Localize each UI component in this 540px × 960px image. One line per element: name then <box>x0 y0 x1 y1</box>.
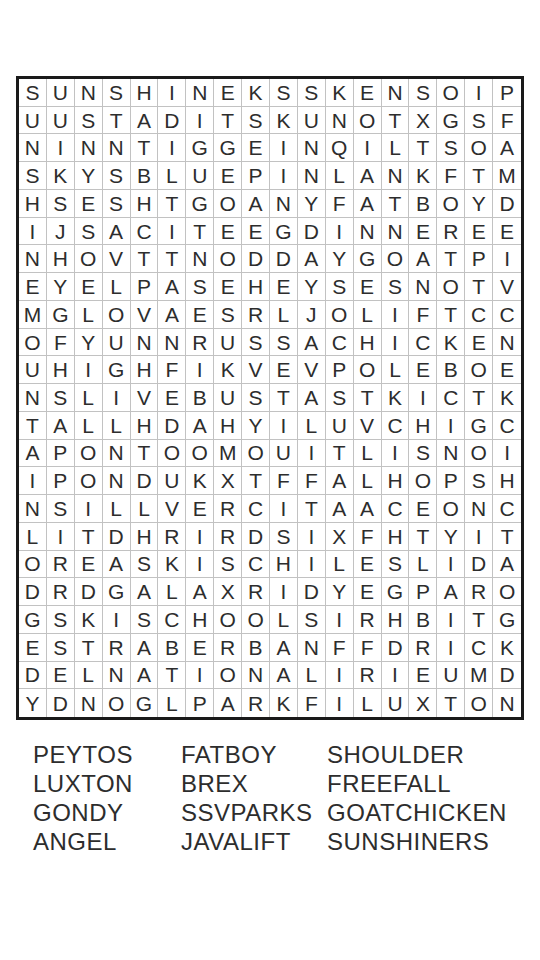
grid-cell-r19c15[interactable]: P <box>409 578 437 606</box>
grid-cell-r9c7[interactable]: E <box>186 301 214 329</box>
grid-cell-r5c17[interactable]: Y <box>465 190 493 218</box>
grid-cell-r2c6[interactable]: D <box>158 107 186 135</box>
grid-cell-r4c12[interactable]: L <box>326 162 354 190</box>
grid-cell-r14c12[interactable]: T <box>326 440 354 468</box>
grid-cell-r19c11[interactable]: D <box>298 578 326 606</box>
grid-cell-r17c4[interactable]: D <box>103 523 131 551</box>
grid-cell-r5c15[interactable]: B <box>409 190 437 218</box>
grid-cell-r9c8[interactable]: S <box>214 301 242 329</box>
grid-cell-r21c5[interactable]: A <box>131 634 159 662</box>
grid-cell-r6c6[interactable]: I <box>158 218 186 246</box>
grid-cell-r3c3[interactable]: N <box>75 134 103 162</box>
grid-cell-r18c16[interactable]: I <box>437 551 465 579</box>
grid-cell-r6c1[interactable]: I <box>19 218 47 246</box>
grid-cell-r14c11[interactable]: I <box>298 440 326 468</box>
grid-cell-r1c14[interactable]: N <box>382 79 410 107</box>
grid-cell-r16c8[interactable]: R <box>214 495 242 523</box>
grid-cell-r15c9[interactable]: T <box>242 467 270 495</box>
grid-cell-r11c1[interactable]: U <box>19 356 47 384</box>
grid-cell-r2c13[interactable]: O <box>354 107 382 135</box>
grid-cell-r4c14[interactable]: N <box>382 162 410 190</box>
grid-cell-r3c10[interactable]: I <box>270 134 298 162</box>
grid-cell-r12c15[interactable]: I <box>409 384 437 412</box>
grid-cell-r14c15[interactable]: S <box>409 440 437 468</box>
grid-cell-r16c11[interactable]: T <box>298 495 326 523</box>
grid-cell-r14c14[interactable]: I <box>382 440 410 468</box>
grid-cell-r3c9[interactable]: E <box>242 134 270 162</box>
grid-cell-r4c6[interactable]: L <box>158 162 186 190</box>
grid-cell-r10c2[interactable]: F <box>47 329 75 357</box>
grid-cell-r6c2[interactable]: J <box>47 218 75 246</box>
grid-cell-r18c10[interactable]: H <box>270 551 298 579</box>
grid-cell-r19c6[interactable]: L <box>158 578 186 606</box>
grid-cell-r22c18[interactable]: D <box>493 662 521 690</box>
grid-cell-r2c11[interactable]: U <box>298 107 326 135</box>
grid-cell-r10c6[interactable]: N <box>158 329 186 357</box>
grid-cell-r21c14[interactable]: D <box>382 634 410 662</box>
grid-cell-r13c9[interactable]: Y <box>242 412 270 440</box>
grid-cell-r3c5[interactable]: T <box>131 134 159 162</box>
grid-cell-r21c4[interactable]: R <box>103 634 131 662</box>
grid-cell-r8c17[interactable]: T <box>465 273 493 301</box>
grid-cell-r5c8[interactable]: O <box>214 190 242 218</box>
grid-cell-r23c14[interactable]: U <box>382 689 410 717</box>
grid-cell-r14c7[interactable]: O <box>186 440 214 468</box>
grid-cell-r22c9[interactable]: N <box>242 662 270 690</box>
grid-cell-r19c7[interactable]: A <box>186 578 214 606</box>
grid-cell-r18c7[interactable]: I <box>186 551 214 579</box>
grid-cell-r2c5[interactable]: A <box>131 107 159 135</box>
grid-cell-r10c3[interactable]: Y <box>75 329 103 357</box>
grid-cell-r17c13[interactable]: F <box>354 523 382 551</box>
grid-cell-r11c13[interactable]: O <box>354 356 382 384</box>
grid-cell-r6c7[interactable]: T <box>186 218 214 246</box>
grid-cell-r17c17[interactable]: I <box>465 523 493 551</box>
grid-cell-r4c11[interactable]: N <box>298 162 326 190</box>
grid-cell-r16c18[interactable]: C <box>493 495 521 523</box>
grid-cell-r16c14[interactable]: C <box>382 495 410 523</box>
grid-cell-r11c17[interactable]: O <box>465 356 493 384</box>
grid-cell-r15c5[interactable]: D <box>131 467 159 495</box>
grid-cell-r19c10[interactable]: I <box>270 578 298 606</box>
grid-cell-r6c8[interactable]: E <box>214 218 242 246</box>
grid-cell-r2c12[interactable]: N <box>326 107 354 135</box>
grid-cell-r21c11[interactable]: N <box>298 634 326 662</box>
grid-cell-r8c12[interactable]: S <box>326 273 354 301</box>
grid-cell-r22c15[interactable]: E <box>409 662 437 690</box>
grid-cell-r11c9[interactable]: V <box>242 356 270 384</box>
grid-cell-r20c8[interactable]: O <box>214 606 242 634</box>
grid-cell-r2c9[interactable]: S <box>242 107 270 135</box>
grid-cell-r7c15[interactable]: A <box>409 245 437 273</box>
grid-cell-r20c17[interactable]: T <box>465 606 493 634</box>
grid-cell-r12c4[interactable]: I <box>103 384 131 412</box>
grid-cell-r14c13[interactable]: L <box>354 440 382 468</box>
grid-cell-r10c18[interactable]: N <box>493 329 521 357</box>
grid-cell-r5c11[interactable]: Y <box>298 190 326 218</box>
grid-cell-r19c3[interactable]: D <box>75 578 103 606</box>
grid-cell-r1c9[interactable]: K <box>242 79 270 107</box>
grid-cell-r7c12[interactable]: Y <box>326 245 354 273</box>
grid-cell-r23c4[interactable]: O <box>103 689 131 717</box>
grid-cell-r3c16[interactable]: S <box>437 134 465 162</box>
grid-cell-r1c13[interactable]: E <box>354 79 382 107</box>
grid-cell-r7c6[interactable]: T <box>158 245 186 273</box>
grid-cell-r22c1[interactable]: D <box>19 662 47 690</box>
grid-cell-r20c3[interactable]: K <box>75 606 103 634</box>
grid-cell-r23c5[interactable]: G <box>131 689 159 717</box>
grid-cell-r21c1[interactable]: E <box>19 634 47 662</box>
grid-cell-r12c16[interactable]: C <box>437 384 465 412</box>
grid-cell-r4c4[interactable]: S <box>103 162 131 190</box>
grid-cell-r17c5[interactable]: H <box>131 523 159 551</box>
grid-cell-r16c1[interactable]: N <box>19 495 47 523</box>
grid-cell-r19c4[interactable]: G <box>103 578 131 606</box>
grid-cell-r4c3[interactable]: Y <box>75 162 103 190</box>
grid-cell-r15c13[interactable]: L <box>354 467 382 495</box>
grid-cell-r12c10[interactable]: T <box>270 384 298 412</box>
grid-cell-r7c1[interactable]: N <box>19 245 47 273</box>
grid-cell-r12c9[interactable]: S <box>242 384 270 412</box>
grid-cell-r18c8[interactable]: S <box>214 551 242 579</box>
grid-cell-r14c8[interactable]: M <box>214 440 242 468</box>
grid-cell-r13c13[interactable]: V <box>354 412 382 440</box>
grid-cell-r18c4[interactable]: A <box>103 551 131 579</box>
grid-cell-r21c15[interactable]: R <box>409 634 437 662</box>
grid-cell-r21c18[interactable]: K <box>493 634 521 662</box>
grid-cell-r13c12[interactable]: U <box>326 412 354 440</box>
grid-cell-r1c12[interactable]: K <box>326 79 354 107</box>
grid-cell-r20c13[interactable]: R <box>354 606 382 634</box>
grid-cell-r18c1[interactable]: O <box>19 551 47 579</box>
grid-cell-r1c18[interactable]: P <box>493 79 521 107</box>
grid-cell-r12c8[interactable]: U <box>214 384 242 412</box>
grid-cell-r13c16[interactable]: I <box>437 412 465 440</box>
grid-cell-r12c5[interactable]: V <box>131 384 159 412</box>
grid-cell-r18c3[interactable]: E <box>75 551 103 579</box>
grid-cell-r21c2[interactable]: S <box>47 634 75 662</box>
grid-cell-r16c7[interactable]: E <box>186 495 214 523</box>
grid-cell-r13c11[interactable]: L <box>298 412 326 440</box>
grid-cell-r20c14[interactable]: H <box>382 606 410 634</box>
grid-cell-r17c8[interactable]: R <box>214 523 242 551</box>
grid-cell-r2c15[interactable]: X <box>409 107 437 135</box>
grid-cell-r7c18[interactable]: I <box>493 245 521 273</box>
grid-cell-r1c7[interactable]: N <box>186 79 214 107</box>
grid-cell-r14c17[interactable]: O <box>465 440 493 468</box>
grid-cell-r17c15[interactable]: T <box>409 523 437 551</box>
grid-cell-r19c13[interactable]: E <box>354 578 382 606</box>
grid-cell-r20c12[interactable]: I <box>326 606 354 634</box>
grid-cell-r2c8[interactable]: T <box>214 107 242 135</box>
grid-cell-r3c15[interactable]: T <box>409 134 437 162</box>
grid-cell-r23c1[interactable]: Y <box>19 689 47 717</box>
grid-cell-r3c6[interactable]: I <box>158 134 186 162</box>
grid-cell-r1c2[interactable]: U <box>47 79 75 107</box>
grid-cell-r8c10[interactable]: E <box>270 273 298 301</box>
grid-cell-r21c9[interactable]: B <box>242 634 270 662</box>
grid-cell-r17c16[interactable]: Y <box>437 523 465 551</box>
grid-cell-r11c2[interactable]: H <box>47 356 75 384</box>
grid-cell-r18c11[interactable]: I <box>298 551 326 579</box>
grid-cell-r3c18[interactable]: A <box>493 134 521 162</box>
grid-cell-r9c16[interactable]: T <box>437 301 465 329</box>
grid-cell-r20c5[interactable]: S <box>131 606 159 634</box>
grid-cell-r20c2[interactable]: S <box>47 606 75 634</box>
grid-cell-r10c5[interactable]: N <box>131 329 159 357</box>
grid-cell-r5c3[interactable]: E <box>75 190 103 218</box>
grid-cell-r9c3[interactable]: L <box>75 301 103 329</box>
grid-cell-r9c13[interactable]: L <box>354 301 382 329</box>
grid-cell-r13c14[interactable]: C <box>382 412 410 440</box>
grid-cell-r7c7[interactable]: N <box>186 245 214 273</box>
grid-cell-r22c7[interactable]: I <box>186 662 214 690</box>
grid-cell-r8c7[interactable]: S <box>186 273 214 301</box>
grid-cell-r8c3[interactable]: E <box>75 273 103 301</box>
grid-cell-r14c1[interactable]: A <box>19 440 47 468</box>
grid-cell-r6c13[interactable]: N <box>354 218 382 246</box>
grid-cell-r10c12[interactable]: C <box>326 329 354 357</box>
grid-cell-r15c11[interactable]: F <box>298 467 326 495</box>
grid-cell-r3c2[interactable]: I <box>47 134 75 162</box>
grid-cell-r14c2[interactable]: P <box>47 440 75 468</box>
grid-cell-r9c18[interactable]: C <box>493 301 521 329</box>
grid-cell-r16c10[interactable]: I <box>270 495 298 523</box>
grid-cell-r4c15[interactable]: K <box>409 162 437 190</box>
grid-cell-r5c5[interactable]: H <box>131 190 159 218</box>
grid-cell-r6c5[interactable]: C <box>131 218 159 246</box>
grid-cell-r8c5[interactable]: P <box>131 273 159 301</box>
grid-cell-r23c3[interactable]: N <box>75 689 103 717</box>
grid-cell-r7c9[interactable]: D <box>242 245 270 273</box>
grid-cell-r13c15[interactable]: H <box>409 412 437 440</box>
grid-cell-r11c5[interactable]: H <box>131 356 159 384</box>
grid-cell-r2c4[interactable]: T <box>103 107 131 135</box>
grid-cell-r19c9[interactable]: R <box>242 578 270 606</box>
grid-cell-r6c15[interactable]: E <box>409 218 437 246</box>
grid-cell-r13c17[interactable]: G <box>465 412 493 440</box>
grid-cell-r10c11[interactable]: A <box>298 329 326 357</box>
grid-cell-r17c9[interactable]: D <box>242 523 270 551</box>
grid-cell-r2c10[interactable]: K <box>270 107 298 135</box>
grid-cell-r17c2[interactable]: I <box>47 523 75 551</box>
grid-cell-r2c16[interactable]: G <box>437 107 465 135</box>
grid-cell-r10c14[interactable]: I <box>382 329 410 357</box>
grid-cell-r18c15[interactable]: L <box>409 551 437 579</box>
grid-cell-r15c7[interactable]: K <box>186 467 214 495</box>
grid-cell-r14c3[interactable]: O <box>75 440 103 468</box>
grid-cell-r13c6[interactable]: D <box>158 412 186 440</box>
grid-cell-r23c18[interactable]: N <box>493 689 521 717</box>
grid-cell-r22c17[interactable]: M <box>465 662 493 690</box>
grid-cell-r9c9[interactable]: R <box>242 301 270 329</box>
grid-cell-r17c10[interactable]: S <box>270 523 298 551</box>
grid-cell-r23c15[interactable]: X <box>409 689 437 717</box>
grid-cell-r18c14[interactable]: S <box>382 551 410 579</box>
grid-cell-r7c5[interactable]: T <box>131 245 159 273</box>
grid-cell-r12c14[interactable]: K <box>382 384 410 412</box>
grid-cell-r12c13[interactable]: T <box>354 384 382 412</box>
grid-cell-r15c16[interactable]: P <box>437 467 465 495</box>
grid-cell-r12c2[interactable]: S <box>47 384 75 412</box>
grid-cell-r19c5[interactable]: A <box>131 578 159 606</box>
grid-cell-r14c6[interactable]: O <box>158 440 186 468</box>
grid-cell-r23c12[interactable]: I <box>326 689 354 717</box>
grid-cell-r1c6[interactable]: I <box>158 79 186 107</box>
grid-cell-r11c3[interactable]: I <box>75 356 103 384</box>
grid-cell-r21c10[interactable]: A <box>270 634 298 662</box>
grid-cell-r7c2[interactable]: H <box>47 245 75 273</box>
grid-cell-r11c11[interactable]: V <box>298 356 326 384</box>
grid-cell-r6c14[interactable]: N <box>382 218 410 246</box>
grid-cell-r13c3[interactable]: L <box>75 412 103 440</box>
grid-cell-r22c16[interactable]: U <box>437 662 465 690</box>
grid-cell-r17c12[interactable]: X <box>326 523 354 551</box>
grid-cell-r12c7[interactable]: B <box>186 384 214 412</box>
grid-cell-r5c13[interactable]: A <box>354 190 382 218</box>
grid-cell-r22c10[interactable]: A <box>270 662 298 690</box>
grid-cell-r15c1[interactable]: I <box>19 467 47 495</box>
grid-cell-r18c5[interactable]: S <box>131 551 159 579</box>
grid-cell-r9c10[interactable]: L <box>270 301 298 329</box>
grid-cell-r6c10[interactable]: G <box>270 218 298 246</box>
grid-cell-r19c1[interactable]: D <box>19 578 47 606</box>
grid-cell-r20c1[interactable]: G <box>19 606 47 634</box>
grid-cell-r12c17[interactable]: T <box>465 384 493 412</box>
grid-cell-r17c7[interactable]: I <box>186 523 214 551</box>
grid-cell-r3c17[interactable]: O <box>465 134 493 162</box>
grid-cell-r23c8[interactable]: A <box>214 689 242 717</box>
grid-cell-r21c13[interactable]: F <box>354 634 382 662</box>
grid-cell-r1c4[interactable]: S <box>103 79 131 107</box>
grid-cell-r11c4[interactable]: G <box>103 356 131 384</box>
grid-cell-r4c16[interactable]: F <box>437 162 465 190</box>
grid-cell-r2c18[interactable]: F <box>493 107 521 135</box>
grid-cell-r13c2[interactable]: A <box>47 412 75 440</box>
grid-cell-r10c7[interactable]: R <box>186 329 214 357</box>
grid-cell-r22c4[interactable]: N <box>103 662 131 690</box>
grid-cell-r3c13[interactable]: I <box>354 134 382 162</box>
grid-cell-r20c7[interactable]: H <box>186 606 214 634</box>
grid-cell-r12c6[interactable]: E <box>158 384 186 412</box>
grid-cell-r4c18[interactable]: M <box>493 162 521 190</box>
grid-cell-r10c4[interactable]: U <box>103 329 131 357</box>
grid-cell-r3c11[interactable]: N <box>298 134 326 162</box>
grid-cell-r15c3[interactable]: O <box>75 467 103 495</box>
grid-cell-r9c2[interactable]: G <box>47 301 75 329</box>
grid-cell-r23c16[interactable]: T <box>437 689 465 717</box>
grid-cell-r5c4[interactable]: S <box>103 190 131 218</box>
grid-cell-r11c16[interactable]: B <box>437 356 465 384</box>
grid-cell-r4c5[interactable]: B <box>131 162 159 190</box>
grid-cell-r17c18[interactable]: T <box>493 523 521 551</box>
grid-cell-r20c11[interactable]: S <box>298 606 326 634</box>
grid-cell-r13c5[interactable]: H <box>131 412 159 440</box>
grid-cell-r13c18[interactable]: C <box>493 412 521 440</box>
grid-cell-r16c16[interactable]: O <box>437 495 465 523</box>
grid-cell-r18c17[interactable]: D <box>465 551 493 579</box>
grid-cell-r23c6[interactable]: L <box>158 689 186 717</box>
grid-cell-r5c7[interactable]: G <box>186 190 214 218</box>
grid-cell-r22c11[interactable]: L <box>298 662 326 690</box>
grid-cell-r15c17[interactable]: S <box>465 467 493 495</box>
grid-cell-r3c7[interactable]: G <box>186 134 214 162</box>
grid-cell-r1c5[interactable]: H <box>131 79 159 107</box>
grid-cell-r1c10[interactable]: S <box>270 79 298 107</box>
grid-cell-r6c12[interactable]: I <box>326 218 354 246</box>
grid-cell-r18c18[interactable]: A <box>493 551 521 579</box>
grid-cell-r20c10[interactable]: L <box>270 606 298 634</box>
grid-cell-r11c18[interactable]: E <box>493 356 521 384</box>
grid-cell-r11c14[interactable]: L <box>382 356 410 384</box>
grid-cell-r6c9[interactable]: E <box>242 218 270 246</box>
grid-cell-r17c11[interactable]: I <box>298 523 326 551</box>
grid-cell-r7c10[interactable]: D <box>270 245 298 273</box>
grid-cell-r8c4[interactable]: L <box>103 273 131 301</box>
grid-cell-r10c17[interactable]: E <box>465 329 493 357</box>
grid-cell-r17c14[interactable]: H <box>382 523 410 551</box>
grid-cell-r11c10[interactable]: E <box>270 356 298 384</box>
grid-cell-r12c12[interactable]: S <box>326 384 354 412</box>
grid-cell-r10c16[interactable]: K <box>437 329 465 357</box>
grid-cell-r4c2[interactable]: K <box>47 162 75 190</box>
grid-cell-r22c12[interactable]: I <box>326 662 354 690</box>
grid-cell-r1c11[interactable]: S <box>298 79 326 107</box>
grid-cell-r22c14[interactable]: I <box>382 662 410 690</box>
grid-cell-r1c17[interactable]: I <box>465 79 493 107</box>
grid-cell-r14c9[interactable]: O <box>242 440 270 468</box>
grid-cell-r6c16[interactable]: R <box>437 218 465 246</box>
grid-cell-r7c3[interactable]: O <box>75 245 103 273</box>
grid-cell-r16c4[interactable]: L <box>103 495 131 523</box>
grid-cell-r8c16[interactable]: O <box>437 273 465 301</box>
grid-cell-r7c16[interactable]: T <box>437 245 465 273</box>
grid-cell-r23c2[interactable]: D <box>47 689 75 717</box>
grid-cell-r7c17[interactable]: P <box>465 245 493 273</box>
grid-cell-r22c3[interactable]: L <box>75 662 103 690</box>
grid-cell-r11c15[interactable]: E <box>409 356 437 384</box>
grid-cell-r22c6[interactable]: T <box>158 662 186 690</box>
grid-cell-r16c9[interactable]: C <box>242 495 270 523</box>
grid-cell-r4c9[interactable]: P <box>242 162 270 190</box>
grid-cell-r19c17[interactable]: R <box>465 578 493 606</box>
grid-cell-r9c15[interactable]: F <box>409 301 437 329</box>
grid-cell-r14c10[interactable]: U <box>270 440 298 468</box>
grid-cell-r6c4[interactable]: A <box>103 218 131 246</box>
grid-cell-r23c13[interactable]: L <box>354 689 382 717</box>
grid-cell-r23c11[interactable]: F <box>298 689 326 717</box>
grid-cell-r3c8[interactable]: G <box>214 134 242 162</box>
grid-cell-r5c12[interactable]: F <box>326 190 354 218</box>
grid-cell-r18c2[interactable]: R <box>47 551 75 579</box>
grid-cell-r10c10[interactable]: S <box>270 329 298 357</box>
grid-cell-r3c4[interactable]: N <box>103 134 131 162</box>
grid-cell-r12c11[interactable]: A <box>298 384 326 412</box>
grid-cell-r13c4[interactable]: L <box>103 412 131 440</box>
grid-cell-r12c3[interactable]: L <box>75 384 103 412</box>
grid-cell-r6c3[interactable]: S <box>75 218 103 246</box>
grid-cell-r4c1[interactable]: S <box>19 162 47 190</box>
grid-cell-r21c8[interactable]: R <box>214 634 242 662</box>
grid-cell-r15c8[interactable]: X <box>214 467 242 495</box>
grid-cell-r1c15[interactable]: S <box>409 79 437 107</box>
grid-cell-r6c18[interactable]: E <box>493 218 521 246</box>
grid-cell-r14c5[interactable]: T <box>131 440 159 468</box>
grid-cell-r18c9[interactable]: C <box>242 551 270 579</box>
grid-cell-r19c2[interactable]: R <box>47 578 75 606</box>
grid-cell-r5c2[interactable]: S <box>47 190 75 218</box>
grid-cell-r20c16[interactable]: I <box>437 606 465 634</box>
